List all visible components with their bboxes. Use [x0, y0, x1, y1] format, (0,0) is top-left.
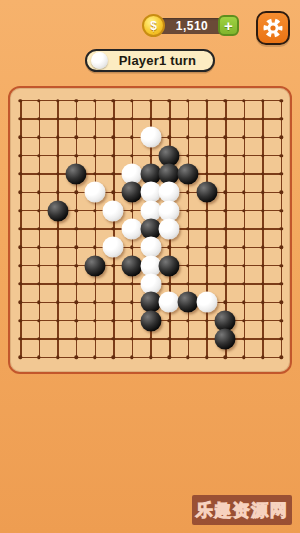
grid-intersection-dot — [37, 337, 40, 340]
grid-intersection-dot — [19, 99, 22, 102]
grid-intersection-dot — [37, 99, 40, 102]
grid-intersection-dot — [56, 355, 59, 358]
grid-intersection-dot — [242, 282, 245, 285]
grid-intersection-dot — [261, 154, 264, 157]
grid-intersection-dot — [224, 227, 227, 230]
grid-intersection-dot — [130, 136, 133, 139]
grid-intersection-dot — [56, 190, 59, 193]
grid-intersection-dot — [224, 264, 227, 267]
board-grid[interactable] — [20, 100, 283, 358]
grid-intersection-dot — [19, 282, 22, 285]
grid-intersection-dot — [280, 282, 283, 285]
grid-intersection-dot — [242, 117, 245, 120]
gomoku-app: $ 1,510 + Player1 turn 乐趣资源网 — [0, 0, 300, 533]
grid-intersection-dot — [205, 337, 208, 340]
grid-intersection-dot — [224, 172, 227, 175]
grid-intersection-dot — [224, 117, 227, 120]
grid-intersection-dot — [261, 99, 264, 102]
grid-intersection-dot — [74, 136, 77, 139]
grid-intersection-dot — [56, 245, 59, 248]
grid-intersection-dot — [112, 190, 115, 193]
grid-intersection-dot — [280, 245, 283, 248]
grid-intersection-dot — [149, 99, 152, 102]
grid-intersection-dot — [93, 117, 96, 120]
grid-intersection-dot — [224, 136, 227, 139]
grid-intersection-dot — [205, 245, 208, 248]
grid-intersection-dot — [186, 264, 189, 267]
grid-intersection-dot — [37, 300, 40, 303]
grid-intersection-dot — [280, 319, 283, 322]
grid-intersection-dot — [112, 154, 115, 157]
grid-intersection-dot — [242, 154, 245, 157]
grid-intersection-dot — [19, 300, 22, 303]
grid-intersection-dot — [242, 227, 245, 230]
grid-intersection-dot — [280, 136, 283, 139]
stone-white — [103, 200, 124, 221]
grid-intersection-dot — [186, 282, 189, 285]
grid-intersection-dot — [93, 209, 96, 212]
grid-intersection-dot — [186, 99, 189, 102]
grid-intersection-dot — [280, 227, 283, 230]
grid-intersection-dot — [242, 172, 245, 175]
grid-intersection-dot — [186, 209, 189, 212]
stone-black — [84, 255, 105, 276]
grid-intersection-dot — [186, 136, 189, 139]
grid-intersection-dot — [186, 355, 189, 358]
grid-intersection-dot — [224, 355, 227, 358]
currency-symbol: $ — [150, 19, 157, 33]
grid-intersection-dot — [280, 154, 283, 157]
grid-intersection-dot — [242, 190, 245, 193]
stone-black — [178, 163, 199, 184]
grid-intersection-dot — [93, 227, 96, 230]
grid-intersection-dot — [242, 136, 245, 139]
grid-intersection-dot — [261, 172, 264, 175]
grid-intersection-dot — [74, 337, 77, 340]
grid-intersection-dot — [74, 209, 77, 212]
stone-black — [140, 310, 161, 331]
grid-intersection-dot — [280, 355, 283, 358]
grid-intersection-dot — [74, 154, 77, 157]
grid-intersection-dot — [242, 319, 245, 322]
grid-intersection-dot — [205, 227, 208, 230]
grid-intersection-dot — [186, 154, 189, 157]
grid-intersection-dot — [112, 117, 115, 120]
grid-intersection-dot — [205, 154, 208, 157]
grid-intersection-dot — [93, 154, 96, 157]
grid-intersection-dot — [112, 337, 115, 340]
add-coins-button[interactable]: + — [218, 15, 239, 36]
grid-intersection-dot — [261, 319, 264, 322]
grid-intersection-dot — [224, 190, 227, 193]
grid-intersection-dot — [37, 209, 40, 212]
grid-intersection-dot — [93, 172, 96, 175]
grid-intersection-dot — [130, 154, 133, 157]
grid-intersection-dot — [205, 282, 208, 285]
grid-intersection-dot — [186, 319, 189, 322]
grid-intersection-dot — [224, 154, 227, 157]
grid-intersection-dot — [93, 136, 96, 139]
grid-intersection-dot — [205, 209, 208, 212]
grid-intersection-dot — [149, 337, 152, 340]
grid-intersection-dot — [280, 300, 283, 303]
grid-intersection-dot — [186, 245, 189, 248]
stone-white — [159, 218, 180, 239]
grid-intersection-dot — [56, 319, 59, 322]
grid-intersection-dot — [37, 136, 40, 139]
grid-intersection-dot — [168, 337, 171, 340]
grid-intersection-dot — [56, 282, 59, 285]
grid-intersection-dot — [205, 117, 208, 120]
grid-intersection-dot — [130, 282, 133, 285]
grid-intersection-dot — [56, 99, 59, 102]
grid-intersection-dot — [37, 117, 40, 120]
watermark: 乐趣资源网 — [192, 495, 292, 525]
grid-intersection-dot — [112, 355, 115, 358]
grid-intersection-dot — [56, 264, 59, 267]
grid-intersection-dot — [19, 190, 22, 193]
grid-intersection-dot — [56, 136, 59, 139]
grid-intersection-dot — [93, 245, 96, 248]
grid-intersection-dot — [56, 117, 59, 120]
grid-intersection-dot — [74, 99, 77, 102]
stone-white — [196, 292, 217, 313]
grid-intersection-dot — [149, 117, 152, 120]
grid-intersection-dot — [56, 154, 59, 157]
grid-intersection-dot — [112, 300, 115, 303]
grid-intersection-dot — [56, 300, 59, 303]
grid-intersection-dot — [261, 136, 264, 139]
grid-intersection-dot — [186, 227, 189, 230]
grid-intersection-dot — [168, 117, 171, 120]
grid-intersection-dot — [130, 245, 133, 248]
grid-intersection-dot — [56, 337, 59, 340]
grid-intersection-dot — [168, 282, 171, 285]
grid-intersection-dot — [168, 99, 171, 102]
settings-button[interactable] — [256, 11, 290, 45]
grid-intersection-dot — [19, 136, 22, 139]
grid-intersection-dot — [168, 136, 171, 139]
grid-intersection-dot — [112, 282, 115, 285]
grid-intersection-dot — [74, 319, 77, 322]
grid-intersection-dot — [112, 264, 115, 267]
grid-intersection-dot — [130, 209, 133, 212]
grid-intersection-dot — [19, 172, 22, 175]
grid-intersection-dot — [168, 355, 171, 358]
stone-white — [103, 237, 124, 258]
grid-intersection-dot — [112, 227, 115, 230]
grid-intersection-dot — [56, 172, 59, 175]
stone-black — [215, 328, 236, 349]
grid-intersection-dot — [205, 99, 208, 102]
grid-intersection-dot — [93, 355, 96, 358]
grid-intersection-dot — [37, 190, 40, 193]
grid-intersection-dot — [168, 319, 171, 322]
grid-intersection-dot — [56, 227, 59, 230]
coin-balance: 1,510 — [170, 18, 214, 34]
grid-intersection-dot — [261, 190, 264, 193]
grid-intersection-dot — [37, 245, 40, 248]
grid-intersection-dot — [19, 355, 22, 358]
grid-intersection-dot — [224, 209, 227, 212]
grid-intersection-dot — [205, 355, 208, 358]
grid-intersection-dot — [130, 117, 133, 120]
grid-intersection-dot — [93, 300, 96, 303]
grid-intersection-dot — [186, 190, 189, 193]
grid-intersection-dot — [19, 337, 22, 340]
grid-intersection-dot — [186, 337, 189, 340]
grid-intersection-dot — [168, 245, 171, 248]
grid-intersection-dot — [37, 355, 40, 358]
grid-intersection-dot — [261, 245, 264, 248]
gear-icon — [261, 16, 285, 40]
grid-intersection-dot — [242, 99, 245, 102]
grid-intersection-dot — [280, 337, 283, 340]
stone-black — [66, 163, 87, 184]
grid-intersection-dot — [242, 337, 245, 340]
grid-intersection-dot — [280, 209, 283, 212]
grid-intersection-dot — [19, 319, 22, 322]
grid-intersection-dot — [280, 117, 283, 120]
game-board — [8, 86, 292, 374]
grid-intersection-dot — [74, 245, 77, 248]
grid-intersection-dot — [74, 117, 77, 120]
grid-intersection-dot — [74, 355, 77, 358]
grid-intersection-dot — [242, 355, 245, 358]
grid-intersection-dot — [242, 264, 245, 267]
grid-intersection-dot — [19, 245, 22, 248]
grid-intersection-dot — [19, 209, 22, 212]
grid-intersection-dot — [261, 264, 264, 267]
white-stone-icon — [91, 52, 108, 69]
grid-intersection-dot — [205, 264, 208, 267]
grid-intersection-dot — [37, 264, 40, 267]
grid-intersection-dot — [37, 319, 40, 322]
grid-intersection-dot — [130, 300, 133, 303]
grid-intersection-dot — [112, 172, 115, 175]
grid-intersection-dot — [205, 172, 208, 175]
turn-label: Player1 turn — [108, 53, 213, 68]
grid-intersection-dot — [37, 172, 40, 175]
turn-banner: Player1 turn — [85, 49, 215, 72]
grid-intersection-dot — [261, 337, 264, 340]
grid-intersection-dot — [224, 99, 227, 102]
grid-intersection-dot — [19, 264, 22, 267]
grid-intersection-dot — [261, 282, 264, 285]
stone-black — [159, 255, 180, 276]
grid-intersection-dot — [93, 319, 96, 322]
grid-intersection-dot — [112, 319, 115, 322]
grid-intersection-dot — [19, 227, 22, 230]
grid-intersection-dot — [205, 319, 208, 322]
coin-icon: $ — [142, 14, 165, 37]
grid-intersection-dot — [93, 282, 96, 285]
grid-intersection-dot — [74, 282, 77, 285]
stone-white — [84, 182, 105, 203]
grid-intersection-dot — [74, 190, 77, 193]
grid-intersection-dot — [74, 264, 77, 267]
grid-intersection-dot — [149, 355, 152, 358]
grid-intersection-dot — [224, 300, 227, 303]
grid-intersection-dot — [74, 300, 77, 303]
grid-intersection-dot — [186, 117, 189, 120]
grid-intersection-dot — [149, 154, 152, 157]
grid-intersection-dot — [37, 227, 40, 230]
grid-intersection-dot — [261, 209, 264, 212]
grid-intersection-dot — [130, 319, 133, 322]
grid-intersection-dot — [93, 337, 96, 340]
grid-intersection-dot — [261, 227, 264, 230]
grid-intersection-dot — [280, 99, 283, 102]
stone-black — [47, 200, 68, 221]
grid-intersection-dot — [280, 172, 283, 175]
grid-intersection-dot — [19, 154, 22, 157]
grid-intersection-dot — [19, 117, 22, 120]
grid-intersection-dot — [261, 117, 264, 120]
grid-intersection-dot — [112, 99, 115, 102]
grid-intersection-dot — [37, 154, 40, 157]
grid-intersection-dot — [205, 136, 208, 139]
grid-intersection-dot — [93, 99, 96, 102]
grid-intersection-dot — [224, 282, 227, 285]
stone-black — [196, 182, 217, 203]
grid-intersection-dot — [242, 300, 245, 303]
grid-intersection-dot — [242, 245, 245, 248]
grid-intersection-dot — [242, 209, 245, 212]
grid-intersection-dot — [112, 136, 115, 139]
grid-intersection-dot — [130, 355, 133, 358]
grid-intersection-dot — [261, 300, 264, 303]
grid-intersection-dot — [261, 355, 264, 358]
grid-intersection-dot — [37, 282, 40, 285]
grid-intersection-dot — [74, 227, 77, 230]
grid-intersection-dot — [130, 99, 133, 102]
grid-intersection-dot — [280, 264, 283, 267]
stone-white — [140, 127, 161, 148]
grid-intersection-dot — [224, 245, 227, 248]
grid-intersection-dot — [130, 337, 133, 340]
watermark-text: 乐趣资源网 — [196, 499, 289, 522]
coin-counter: $ 1,510 + — [142, 14, 240, 38]
grid-intersection-dot — [280, 190, 283, 193]
